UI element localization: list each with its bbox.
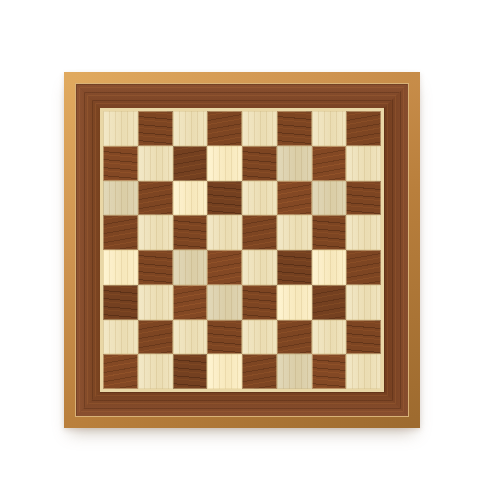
frame-strip-right — [384, 84, 408, 416]
square-h2[interactable] — [346, 320, 381, 355]
square-a4[interactable] — [103, 250, 138, 285]
square-g5[interactable] — [312, 215, 347, 250]
square-d5[interactable] — [207, 215, 242, 250]
square-d7[interactable] — [207, 146, 242, 181]
square-f3[interactable] — [277, 285, 312, 320]
square-g6[interactable] — [312, 181, 347, 216]
square-e7[interactable] — [242, 146, 277, 181]
square-g3[interactable] — [312, 285, 347, 320]
square-c7[interactable] — [173, 146, 208, 181]
square-h4[interactable] — [346, 250, 381, 285]
square-b3[interactable] — [138, 285, 173, 320]
square-d8[interactable] — [207, 111, 242, 146]
square-c5[interactable] — [173, 215, 208, 250]
square-f7[interactable] — [277, 146, 312, 181]
square-e6[interactable] — [242, 181, 277, 216]
square-a1[interactable] — [103, 354, 138, 389]
square-f4[interactable] — [277, 250, 312, 285]
frame-strip-bottom — [76, 392, 408, 416]
square-b2[interactable] — [138, 320, 173, 355]
frame-strip-left — [76, 84, 100, 416]
square-g8[interactable] — [312, 111, 347, 146]
square-h6[interactable] — [346, 181, 381, 216]
square-g2[interactable] — [312, 320, 347, 355]
square-e8[interactable] — [242, 111, 277, 146]
square-a8[interactable] — [103, 111, 138, 146]
frame-inlay-line — [100, 108, 384, 392]
square-c1[interactable] — [173, 354, 208, 389]
square-a3[interactable] — [103, 285, 138, 320]
square-h7[interactable] — [346, 146, 381, 181]
square-h3[interactable] — [346, 285, 381, 320]
square-e4[interactable] — [242, 250, 277, 285]
square-g1[interactable] — [312, 354, 347, 389]
square-f1[interactable] — [277, 354, 312, 389]
square-b5[interactable] — [138, 215, 173, 250]
square-d6[interactable] — [207, 181, 242, 216]
page-background: { "game": "chess", "position": "8/8/8/8/… — [0, 0, 500, 500]
square-d2[interactable] — [207, 320, 242, 355]
square-b4[interactable] — [138, 250, 173, 285]
square-c4[interactable] — [173, 250, 208, 285]
square-c6[interactable] — [173, 181, 208, 216]
square-c2[interactable] — [173, 320, 208, 355]
frame-strip-top — [76, 84, 408, 108]
square-h8[interactable] — [346, 111, 381, 146]
chess-board-grid — [103, 111, 381, 389]
square-a2[interactable] — [103, 320, 138, 355]
square-c3[interactable] — [173, 285, 208, 320]
square-a5[interactable] — [103, 215, 138, 250]
square-b7[interactable] — [138, 146, 173, 181]
square-b1[interactable] — [138, 354, 173, 389]
square-b6[interactable] — [138, 181, 173, 216]
square-a7[interactable] — [103, 146, 138, 181]
square-e3[interactable] — [242, 285, 277, 320]
square-h1[interactable] — [346, 354, 381, 389]
square-f2[interactable] — [277, 320, 312, 355]
square-f8[interactable] — [277, 111, 312, 146]
square-g4[interactable] — [312, 250, 347, 285]
square-d3[interactable] — [207, 285, 242, 320]
square-d1[interactable] — [207, 354, 242, 389]
square-a6[interactable] — [103, 181, 138, 216]
square-e1[interactable] — [242, 354, 277, 389]
square-d4[interactable] — [207, 250, 242, 285]
square-h5[interactable] — [346, 215, 381, 250]
square-f6[interactable] — [277, 181, 312, 216]
square-f5[interactable] — [277, 215, 312, 250]
square-b8[interactable] — [138, 111, 173, 146]
square-e2[interactable] — [242, 320, 277, 355]
square-e5[interactable] — [242, 215, 277, 250]
square-c8[interactable] — [173, 111, 208, 146]
chess-board — [64, 72, 420, 428]
square-g7[interactable] — [312, 146, 347, 181]
board-frame — [75, 83, 409, 417]
